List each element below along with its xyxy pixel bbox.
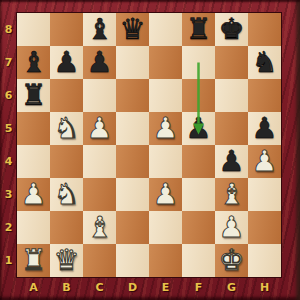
black-bishop[interactable]: ♝ xyxy=(87,13,113,46)
square-e1[interactable] xyxy=(149,244,182,277)
square-g7[interactable] xyxy=(215,46,248,79)
square-h5[interactable]: ♟ xyxy=(248,112,281,145)
file-label-e: E xyxy=(149,277,182,297)
square-f7[interactable] xyxy=(182,46,215,79)
square-h8[interactable] xyxy=(248,13,281,46)
rank-label-7: 7 xyxy=(0,46,17,79)
square-h4[interactable]: ♟ xyxy=(248,145,281,178)
square-f2[interactable] xyxy=(182,211,215,244)
rank-label-3: 3 xyxy=(0,178,17,211)
square-f6[interactable] xyxy=(182,79,215,112)
black-bishop[interactable]: ♝ xyxy=(21,46,47,79)
black-pawn[interactable]: ♟ xyxy=(186,112,212,145)
white-pawn[interactable]: ♟ xyxy=(219,211,245,244)
square-f8[interactable]: ♜ xyxy=(182,13,215,46)
white-bishop[interactable]: ♝ xyxy=(87,211,113,244)
square-d7[interactable] xyxy=(116,46,149,79)
white-knight[interactable]: ♞ xyxy=(54,178,80,211)
white-pawn[interactable]: ♟ xyxy=(252,145,278,178)
square-d4[interactable] xyxy=(116,145,149,178)
square-e3[interactable]: ♟ xyxy=(149,178,182,211)
square-c2[interactable]: ♝ xyxy=(83,211,116,244)
square-e2[interactable] xyxy=(149,211,182,244)
square-b1[interactable]: ♛ xyxy=(50,244,83,277)
white-pawn[interactable]: ♟ xyxy=(87,112,113,145)
square-g5[interactable] xyxy=(215,112,248,145)
white-rook[interactable]: ♜ xyxy=(21,244,47,277)
square-b8[interactable] xyxy=(50,13,83,46)
square-a5[interactable] xyxy=(17,112,50,145)
white-queen[interactable]: ♛ xyxy=(54,244,80,277)
square-b2[interactable] xyxy=(50,211,83,244)
square-a1[interactable]: ♜ xyxy=(17,244,50,277)
square-h2[interactable] xyxy=(248,211,281,244)
square-f1[interactable] xyxy=(182,244,215,277)
square-e5[interactable]: ♟ xyxy=(149,112,182,145)
black-pawn[interactable]: ♟ xyxy=(252,112,278,145)
square-b5[interactable]: ♞ xyxy=(50,112,83,145)
square-a7[interactable]: ♝ xyxy=(17,46,50,79)
black-rook[interactable]: ♜ xyxy=(186,13,212,46)
square-g3[interactable]: ♝ xyxy=(215,178,248,211)
file-labels: ABCDEFGH xyxy=(17,277,281,297)
square-a2[interactable] xyxy=(17,211,50,244)
square-c3[interactable] xyxy=(83,178,116,211)
black-queen[interactable]: ♛ xyxy=(120,13,146,46)
file-label-f: F xyxy=(182,277,215,297)
file-label-g: G xyxy=(215,277,248,297)
square-e7[interactable] xyxy=(149,46,182,79)
square-g6[interactable] xyxy=(215,79,248,112)
black-pawn[interactable]: ♟ xyxy=(54,46,80,79)
black-rook[interactable]: ♜ xyxy=(21,79,47,112)
square-h1[interactable] xyxy=(248,244,281,277)
square-e6[interactable] xyxy=(149,79,182,112)
square-h3[interactable] xyxy=(248,178,281,211)
rank-label-5: 5 xyxy=(0,112,17,145)
black-knight[interactable]: ♞ xyxy=(252,46,278,79)
square-d6[interactable] xyxy=(116,79,149,112)
square-g4[interactable]: ♟ xyxy=(215,145,248,178)
white-pawn[interactable]: ♟ xyxy=(21,178,47,211)
square-b4[interactable] xyxy=(50,145,83,178)
rank-label-6: 6 xyxy=(0,79,17,112)
square-a4[interactable] xyxy=(17,145,50,178)
square-a8[interactable] xyxy=(17,13,50,46)
file-label-d: D xyxy=(116,277,149,297)
file-label-a: A xyxy=(17,277,50,297)
square-b3[interactable]: ♞ xyxy=(50,178,83,211)
square-c6[interactable] xyxy=(83,79,116,112)
white-bishop[interactable]: ♝ xyxy=(219,178,245,211)
rank-label-8: 8 xyxy=(0,13,17,46)
square-g1[interactable]: ♚ xyxy=(215,244,248,277)
square-a6[interactable]: ♜ xyxy=(17,79,50,112)
rank-label-4: 4 xyxy=(0,145,17,178)
white-knight[interactable]: ♞ xyxy=(54,112,80,145)
square-e4[interactable] xyxy=(149,145,182,178)
square-c7[interactable]: ♟ xyxy=(83,46,116,79)
square-h7[interactable]: ♞ xyxy=(248,46,281,79)
black-pawn[interactable]: ♟ xyxy=(219,145,245,178)
square-e8[interactable] xyxy=(149,13,182,46)
white-pawn[interactable]: ♟ xyxy=(153,112,179,145)
white-king[interactable]: ♚ xyxy=(219,244,245,277)
rank-label-2: 2 xyxy=(0,211,17,244)
square-c8[interactable]: ♝ xyxy=(83,13,116,46)
square-d2[interactable] xyxy=(116,211,149,244)
square-f3[interactable] xyxy=(182,178,215,211)
square-b7[interactable]: ♟ xyxy=(50,46,83,79)
square-c1[interactable] xyxy=(83,244,116,277)
square-c5[interactable]: ♟ xyxy=(83,112,116,145)
black-pawn[interactable]: ♟ xyxy=(87,46,113,79)
board-frame: 87654321 ABCDEFGH ♝♛♜♚♝♟♟♞♜♞♟♟♟♟♟♟♟♞♟♝♝♟… xyxy=(0,0,300,300)
rank-label-1: 1 xyxy=(0,244,17,277)
square-f5[interactable]: ♟ xyxy=(182,112,215,145)
chess-board: ♝♛♜♚♝♟♟♞♜♞♟♟♟♟♟♟♟♞♟♝♝♟♜♛♚ xyxy=(17,13,281,277)
rank-labels: 87654321 xyxy=(0,13,17,277)
square-h6[interactable] xyxy=(248,79,281,112)
square-c4[interactable] xyxy=(83,145,116,178)
black-king[interactable]: ♚ xyxy=(219,13,245,46)
square-d3[interactable] xyxy=(116,178,149,211)
square-a3[interactable]: ♟ xyxy=(17,178,50,211)
file-label-c: C xyxy=(83,277,116,297)
file-label-b: B xyxy=(50,277,83,297)
file-label-h: H xyxy=(248,277,281,297)
square-d5[interactable] xyxy=(116,112,149,145)
white-pawn[interactable]: ♟ xyxy=(153,178,179,211)
square-g8[interactable]: ♚ xyxy=(215,13,248,46)
square-g2[interactable]: ♟ xyxy=(215,211,248,244)
square-b6[interactable] xyxy=(50,79,83,112)
square-d8[interactable]: ♛ xyxy=(116,13,149,46)
square-f4[interactable] xyxy=(182,145,215,178)
square-d1[interactable] xyxy=(116,244,149,277)
